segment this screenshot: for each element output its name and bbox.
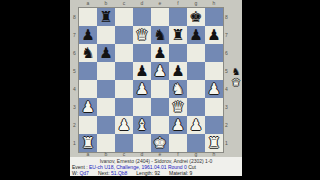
rank-label-left-3: 3	[72, 98, 77, 116]
stat-label: Length:	[136, 170, 154, 176]
square-g5	[187, 62, 205, 80]
square-g2: ♟	[187, 116, 205, 134]
square-a7: ♟	[79, 26, 97, 44]
square-a5	[79, 62, 97, 80]
rank-label-left-7: 7	[72, 26, 77, 44]
chess-board: ♜♚♟♛♞♜♟♟♞♟♟♟♟♟♟♞♟♟♛♟♝♟♟♜♚♜	[78, 7, 224, 153]
file-label-top-c: c	[115, 1, 133, 6]
square-g6	[187, 44, 205, 62]
black-knight-e7: ♞	[151, 26, 169, 44]
square-f6	[169, 44, 187, 62]
square-a3: ♟	[79, 98, 97, 116]
square-d2: ♝	[133, 116, 151, 134]
rank-label-left-2: 2	[72, 116, 77, 134]
rank-label-left-1: 1	[72, 134, 77, 152]
rank-label-right-6: 6	[224, 44, 229, 62]
stat-next: Next: 51.Qb8	[98, 170, 127, 176]
stat-value: 9	[190, 170, 193, 176]
square-c6	[115, 44, 133, 62]
rank-label-right-3: 3	[224, 98, 229, 116]
white-queen-d7: ♛	[133, 26, 151, 44]
white-bishop-d2: ♝	[133, 116, 151, 134]
square-c8	[115, 8, 133, 26]
white-rook-h1: ♜	[205, 134, 223, 152]
white-king-e1: ♚	[151, 134, 169, 152]
black-pawn-f5: ♟	[169, 62, 187, 80]
rank-label-left-8: 8	[72, 8, 77, 26]
square-b7	[97, 26, 115, 44]
stats-line: W: Qd7Next: 51.Qb8Length: 92Material: 9	[70, 170, 242, 176]
square-b8: ♜	[97, 8, 115, 26]
white-queen-f3: ♛	[169, 98, 187, 116]
material-white-queen-icon: ♛	[230, 77, 242, 88]
rank-label-left-5: 5	[72, 62, 77, 80]
black-king-g8: ♚	[187, 8, 205, 26]
material-black-knight-icon: ♞	[230, 66, 242, 77]
white-pawn-g2: ♟	[187, 116, 205, 134]
square-e8	[151, 8, 169, 26]
square-b5	[97, 62, 115, 80]
rank-label-left-6: 6	[72, 44, 77, 62]
square-a1: ♜	[79, 134, 97, 152]
square-c3	[115, 98, 133, 116]
square-e7: ♞	[151, 26, 169, 44]
square-h1: ♜	[205, 134, 223, 152]
square-d6	[133, 44, 151, 62]
square-d4: ♟	[133, 80, 151, 98]
stat-w: W: Qd7	[72, 170, 89, 176]
file-label-top-f: f	[169, 1, 187, 6]
square-d7: ♛	[133, 26, 151, 44]
square-c1	[115, 134, 133, 152]
file-label-top-h: h	[205, 1, 223, 6]
square-f7: ♜	[169, 26, 187, 44]
square-e5: ♟	[151, 62, 169, 80]
square-d3	[133, 98, 151, 116]
stat-value: 92	[154, 170, 160, 176]
rank-label-right-8: 8	[224, 8, 229, 26]
file-label-top-e: e	[151, 1, 169, 6]
square-b3	[97, 98, 115, 116]
video-frame: { "game": "chess", "position": { "fen": …	[0, 0, 320, 180]
letterboxed-content: ♜♚♟♛♞♜♟♟♞♟♟♟♟♟♟♞♟♟♛♟♝♟♟♜♚♜ ♞ ♛ aabbccdde…	[70, 0, 242, 180]
black-rook-f7: ♜	[169, 26, 187, 44]
rank-label-right-5: 5	[224, 62, 229, 80]
stat-label: Material:	[169, 170, 190, 176]
file-label-top-g: g	[187, 1, 205, 6]
black-rook-b8: ♜	[97, 8, 115, 26]
square-e6: ♟	[151, 44, 169, 62]
black-pawn-b6: ♟	[97, 44, 115, 62]
square-e1: ♚	[151, 134, 169, 152]
square-a8	[79, 8, 97, 26]
stat-value: Qd7	[79, 170, 88, 176]
black-pawn-d5: ♟	[133, 62, 151, 80]
black-knight-a6: ♞	[79, 44, 97, 62]
stat-material: Material: 9	[169, 170, 192, 176]
square-f8	[169, 8, 187, 26]
square-g4	[187, 80, 205, 98]
board-frame: ♜♚♟♛♞♜♟♟♞♟♟♟♟♟♟♞♟♟♛♟♝♟♟♜♚♜ ♞ ♛ aabbccdde…	[70, 0, 242, 157]
square-b4	[97, 80, 115, 98]
white-pawn-a3: ♟	[79, 98, 97, 116]
square-c2: ♟	[115, 116, 133, 134]
square-b6: ♟	[97, 44, 115, 62]
white-pawn-h4: ♟	[205, 80, 223, 98]
game-info-caption: Ivanov, Ernesto (2404) - Sidorov, Andrei…	[70, 157, 242, 176]
rank-label-right-2: 2	[224, 116, 229, 134]
square-f3: ♛	[169, 98, 187, 116]
black-pawn-e6: ♟	[151, 44, 169, 62]
white-knight-f4: ♞	[169, 80, 187, 98]
square-a2	[79, 116, 97, 134]
file-label-top-a: a	[79, 1, 97, 6]
square-e4	[151, 80, 169, 98]
rank-label-right-4: 4	[224, 80, 229, 98]
square-d8	[133, 8, 151, 26]
black-pawn-h7: ♟	[205, 26, 223, 44]
stat-label: Next:	[98, 170, 111, 176]
rank-label-left-4: 4	[72, 80, 77, 98]
square-a6: ♞	[79, 44, 97, 62]
square-h6	[205, 44, 223, 62]
black-pawn-a7: ♟	[79, 26, 97, 44]
square-f4: ♞	[169, 80, 187, 98]
white-rook-a1: ♜	[79, 134, 97, 152]
stat-value: 51.Qb8	[111, 170, 127, 176]
square-h2	[205, 116, 223, 134]
square-h4: ♟	[205, 80, 223, 98]
square-d1	[133, 134, 151, 152]
square-h5	[205, 62, 223, 80]
rank-label-right-7: 7	[224, 26, 229, 44]
square-e3	[151, 98, 169, 116]
black-pawn-g7: ♟	[187, 26, 205, 44]
square-h3	[205, 98, 223, 116]
square-c4	[115, 80, 133, 98]
players-line: Ivanov, Ernesto (2404) - Sidorov, Andrei…	[70, 157, 242, 164]
file-label-top-d: d	[133, 1, 151, 6]
rank-label-right-1: 1	[224, 134, 229, 152]
square-g3	[187, 98, 205, 116]
square-f1	[169, 134, 187, 152]
white-pawn-e5: ♟	[151, 62, 169, 80]
file-label-top-b: b	[97, 1, 115, 6]
square-g7: ♟	[187, 26, 205, 44]
square-g8: ♚	[187, 8, 205, 26]
white-pawn-f2: ♟	[169, 116, 187, 134]
square-g1	[187, 134, 205, 152]
square-h7: ♟	[205, 26, 223, 44]
white-pawn-c2: ♟	[115, 116, 133, 134]
square-b2	[97, 116, 115, 134]
square-f2: ♟	[169, 116, 187, 134]
white-pawn-d4: ♟	[133, 80, 151, 98]
square-b1	[97, 134, 115, 152]
square-e2	[151, 116, 169, 134]
square-d5: ♟	[133, 62, 151, 80]
square-f5: ♟	[169, 62, 187, 80]
square-h8	[205, 8, 223, 26]
stat-length: Length: 92	[136, 170, 160, 176]
square-c5	[115, 62, 133, 80]
square-a4	[79, 80, 97, 98]
square-c7	[115, 26, 133, 44]
